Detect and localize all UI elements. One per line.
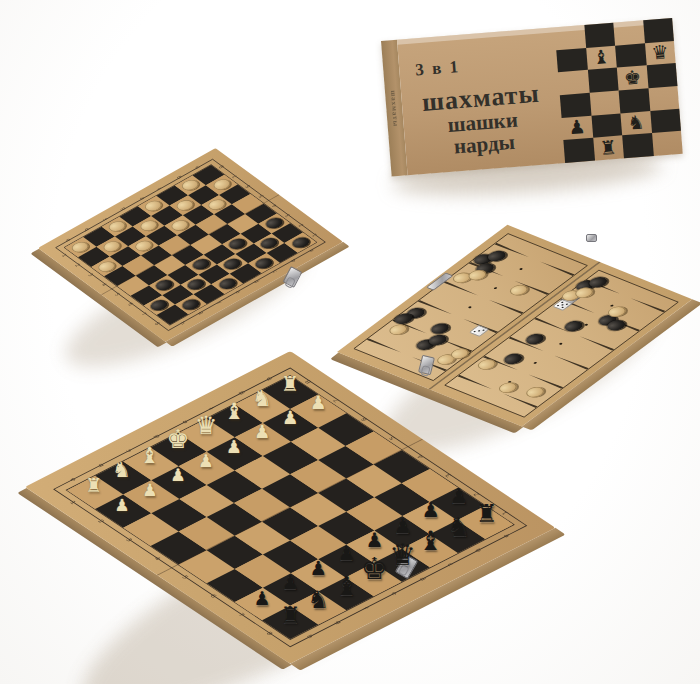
box-side-text: шахматы (389, 89, 400, 126)
box-pattern-square (554, 25, 585, 50)
box-pattern-square: ♟ (562, 115, 593, 140)
box-knight-icon: ♞ (627, 112, 645, 132)
box-front-panel: 3 в 1 шахматы шашки нарды ♝♛♚♟♞♜ (397, 18, 683, 175)
box-bishop-icon: ♝ (592, 47, 610, 67)
box-pattern-square (560, 93, 591, 118)
wooden-backgammon-checker (506, 283, 531, 297)
die-pip (473, 331, 477, 333)
black-backgammon-checker (427, 321, 452, 335)
box-pattern-square: ♚ (617, 66, 648, 91)
black-backgammon-checker (561, 319, 586, 333)
wooden-backgammon-checker (522, 385, 547, 399)
box-pattern-square (591, 113, 622, 138)
box-pattern-square (619, 88, 650, 113)
box-pattern-square: ♝ (586, 45, 617, 70)
box-queen-icon: ♛ (651, 42, 669, 62)
box-pawn-icon: ♟ (568, 117, 586, 137)
die-showing-3 (469, 325, 490, 337)
box-pattern-square (584, 23, 615, 48)
box-pattern-square (613, 20, 644, 45)
black-backgammon-checker (501, 352, 526, 366)
box-pattern-square (615, 43, 646, 68)
checkers-board: hhggffeeddccbbaa1122334455667788 (38, 148, 343, 342)
box-rook-icon: ♜ (599, 137, 617, 157)
box-pattern-square (563, 138, 594, 163)
box-titles: шахматы шашки нарды (401, 79, 564, 161)
box-pattern-square (587, 68, 618, 93)
box-pattern-square (556, 48, 587, 73)
box-pattern-square (622, 133, 653, 158)
box-badge-3in1: 3 в 1 (415, 57, 461, 80)
die-pip (477, 330, 481, 332)
box-pattern-square (558, 70, 589, 95)
die-pip (482, 329, 486, 331)
black-backgammon-checker (522, 332, 547, 346)
box-king-icon: ♚ (623, 67, 641, 87)
die-pip (561, 307, 565, 309)
die-pip (565, 303, 569, 305)
backgammon-hinge-pin (586, 234, 597, 242)
box-pattern-square (589, 90, 620, 115)
wooden-backgammon-checker (495, 381, 520, 395)
box-pattern-square (648, 86, 679, 111)
die-pip (556, 305, 560, 307)
wooden-backgammon-checker (386, 323, 411, 337)
box-pattern-square: ♞ (620, 111, 651, 136)
die-pip (561, 301, 565, 303)
box-pattern-square (650, 108, 681, 133)
box-checkerboard-pattern: ♝♛♚♟♞♜ (554, 18, 682, 163)
wooden-backgammon-checker (474, 357, 499, 371)
box-pattern-square: ♜ (593, 136, 624, 161)
box-text-area: 3 в 1 шахматы шашки нарды (397, 27, 565, 175)
game-box: шахматы 3 в 1 шахматы шашки нарды ♝♛♚♟♞♜ (381, 18, 683, 176)
backgammon-board (337, 225, 692, 427)
box-pattern-square (646, 63, 677, 88)
box-pattern-square: ♛ (644, 41, 675, 66)
box-pattern-square (643, 18, 674, 43)
box-pattern-square (652, 131, 683, 156)
